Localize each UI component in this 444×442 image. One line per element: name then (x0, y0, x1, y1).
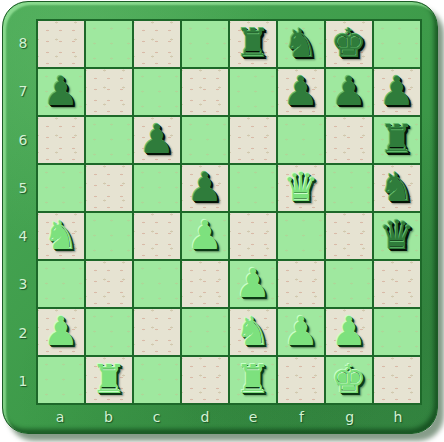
piece-black-queen[interactable]: ♛ (379, 212, 415, 258)
piece-white-rook[interactable]: ♜ (235, 356, 271, 402)
file-labels: abcdefgh (36, 404, 422, 430)
square-e5[interactable] (230, 165, 276, 211)
square-a3[interactable] (38, 261, 84, 307)
square-c4[interactable] (134, 213, 180, 259)
rank-label-4: 4 (12, 212, 34, 260)
rank-labels: 87654321 (12, 19, 34, 405)
square-h6[interactable]: ♜ (374, 117, 420, 163)
square-h3[interactable] (374, 261, 420, 307)
piece-black-king[interactable]: ♚ (331, 20, 367, 66)
square-f4[interactable] (278, 213, 324, 259)
file-label-a: a (36, 404, 84, 430)
square-h5[interactable]: ♞ (374, 165, 420, 211)
file-label-g: g (326, 404, 374, 430)
square-b3[interactable] (86, 261, 132, 307)
square-f5[interactable]: ♛ (278, 165, 324, 211)
square-g2[interactable]: ♟ (326, 309, 372, 355)
piece-white-pawn[interactable]: ♟ (187, 212, 223, 258)
square-a5[interactable] (38, 165, 84, 211)
square-a1[interactable] (38, 357, 84, 403)
square-d3[interactable] (182, 261, 228, 307)
square-c3[interactable] (134, 261, 180, 307)
square-f6[interactable] (278, 117, 324, 163)
square-c8[interactable] (134, 21, 180, 67)
square-f8[interactable]: ♞ (278, 21, 324, 67)
piece-black-pawn[interactable]: ♟ (139, 116, 175, 162)
square-d2[interactable] (182, 309, 228, 355)
square-d4[interactable]: ♟ (182, 213, 228, 259)
square-e1[interactable]: ♜ (230, 357, 276, 403)
rank-label-7: 7 (12, 67, 34, 115)
piece-white-queen[interactable]: ♛ (283, 164, 319, 210)
square-b8[interactable] (86, 21, 132, 67)
square-a6[interactable] (38, 117, 84, 163)
piece-black-pawn[interactable]: ♟ (43, 68, 79, 114)
square-b6[interactable] (86, 117, 132, 163)
file-label-h: h (374, 404, 422, 430)
square-e6[interactable] (230, 117, 276, 163)
piece-black-pawn[interactable]: ♟ (283, 68, 319, 114)
piece-black-pawn[interactable]: ♟ (187, 164, 223, 210)
file-label-d: d (181, 404, 229, 430)
square-g8[interactable]: ♚ (326, 21, 372, 67)
square-a4[interactable]: ♞ (38, 213, 84, 259)
square-b4[interactable] (86, 213, 132, 259)
piece-white-knight[interactable]: ♞ (235, 308, 271, 354)
file-label-c: c (133, 404, 181, 430)
square-a8[interactable] (38, 21, 84, 67)
rank-label-1: 1 (12, 357, 34, 405)
square-b2[interactable] (86, 309, 132, 355)
rank-label-6: 6 (12, 116, 34, 164)
square-b1[interactable]: ♜ (86, 357, 132, 403)
square-g4[interactable] (326, 213, 372, 259)
square-g7[interactable]: ♟ (326, 69, 372, 115)
rank-label-3: 3 (12, 260, 34, 308)
file-label-f: f (277, 404, 325, 430)
square-d7[interactable] (182, 69, 228, 115)
square-g5[interactable] (326, 165, 372, 211)
board-frame: 87654321 abcdefgh ♜♞♚♟♟♟♟♟♜♟♛♞♞♟♛♟♟♞♟♟♜♜… (2, 1, 438, 434)
rank-label-8: 8 (12, 19, 34, 67)
square-b5[interactable] (86, 165, 132, 211)
square-g1[interactable]: ♚ (326, 357, 372, 403)
square-g6[interactable] (326, 117, 372, 163)
square-f3[interactable] (278, 261, 324, 307)
square-a2[interactable]: ♟ (38, 309, 84, 355)
piece-black-rook[interactable]: ♜ (379, 116, 415, 162)
file-label-b: b (84, 404, 132, 430)
piece-black-rook[interactable]: ♜ (235, 20, 271, 66)
piece-black-pawn[interactable]: ♟ (379, 68, 415, 114)
square-h8[interactable] (374, 21, 420, 67)
piece-black-knight[interactable]: ♞ (379, 164, 415, 210)
square-h7[interactable]: ♟ (374, 69, 420, 115)
square-h4[interactable]: ♛ (374, 213, 420, 259)
square-g3[interactable] (326, 261, 372, 307)
square-d6[interactable] (182, 117, 228, 163)
square-d8[interactable] (182, 21, 228, 67)
piece-black-knight[interactable]: ♞ (283, 20, 319, 66)
square-e4[interactable] (230, 213, 276, 259)
square-e8[interactable]: ♜ (230, 21, 276, 67)
square-b7[interactable] (86, 69, 132, 115)
square-d5[interactable]: ♟ (182, 165, 228, 211)
square-c2[interactable] (134, 309, 180, 355)
square-c5[interactable] (134, 165, 180, 211)
piece-black-pawn[interactable]: ♟ (331, 68, 367, 114)
piece-white-pawn[interactable]: ♟ (43, 308, 79, 354)
chess-board[interactable]: ♜♞♚♟♟♟♟♟♜♟♛♞♞♟♛♟♟♞♟♟♜♜♚ (36, 19, 422, 405)
square-c7[interactable] (134, 69, 180, 115)
square-e7[interactable] (230, 69, 276, 115)
piece-white-king[interactable]: ♚ (331, 356, 367, 402)
rank-label-5: 5 (12, 164, 34, 212)
square-f1[interactable] (278, 357, 324, 403)
square-f2[interactable]: ♟ (278, 309, 324, 355)
square-h2[interactable] (374, 309, 420, 355)
piece-white-pawn[interactable]: ♟ (235, 260, 271, 306)
rank-label-2: 2 (12, 309, 34, 357)
file-label-e: e (229, 404, 277, 430)
square-c1[interactable] (134, 357, 180, 403)
square-d1[interactable] (182, 357, 228, 403)
square-h1[interactable] (374, 357, 420, 403)
square-f7[interactable]: ♟ (278, 69, 324, 115)
square-a7[interactable]: ♟ (38, 69, 84, 115)
piece-white-pawn[interactable]: ♟ (283, 308, 319, 354)
square-e2[interactable]: ♞ (230, 309, 276, 355)
piece-white-knight[interactable]: ♞ (43, 212, 79, 258)
piece-white-rook[interactable]: ♜ (91, 356, 127, 402)
piece-white-pawn[interactable]: ♟ (331, 308, 367, 354)
square-e3[interactable]: ♟ (230, 261, 276, 307)
square-c6[interactable]: ♟ (134, 117, 180, 163)
